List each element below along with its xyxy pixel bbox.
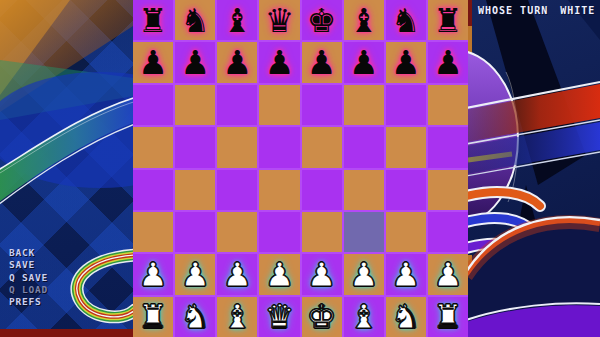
square-g2[interactable]: ♟ [386, 254, 426, 294]
square-c5[interactable] [217, 127, 257, 167]
black-pawn-a7: ♟ [138, 46, 168, 79]
black-pawn-b7: ♟ [180, 46, 210, 79]
background-right-art [468, 0, 600, 337]
square-h3[interactable] [428, 212, 468, 252]
black-knight-b8: ♞ [180, 4, 210, 37]
black-pawn-f7: ♟ [349, 46, 379, 79]
square-a1[interactable]: ♜ [133, 297, 173, 337]
square-c4[interactable] [217, 170, 257, 210]
menu-item-qsave[interactable]: Q SAVE [9, 272, 48, 284]
white-pawn-e2: ♟ [307, 258, 337, 291]
square-b4[interactable] [175, 170, 215, 210]
square-b1[interactable]: ♞ [175, 297, 215, 337]
square-d5[interactable] [259, 127, 299, 167]
square-a5[interactable] [133, 127, 173, 167]
black-pawn-e7: ♟ [307, 46, 337, 79]
square-h8[interactable]: ♜ [428, 0, 468, 40]
square-b5[interactable] [175, 127, 215, 167]
black-bishop-f8: ♝ [349, 4, 379, 37]
square-c1[interactable]: ♝ [217, 297, 257, 337]
turn-label: WHOSE TURN [478, 5, 548, 16]
square-e3[interactable] [302, 212, 342, 252]
white-queen-d1: ♛ [265, 300, 295, 333]
square-f5[interactable] [344, 127, 384, 167]
square-f3[interactable] [344, 212, 384, 252]
white-pawn-c2: ♟ [223, 258, 253, 291]
square-c7[interactable]: ♟ [217, 42, 257, 82]
square-b3[interactable] [175, 212, 215, 252]
square-c8[interactable]: ♝ [217, 0, 257, 40]
square-h7[interactable]: ♟ [428, 42, 468, 82]
square-a2[interactable]: ♟ [133, 254, 173, 294]
black-queen-d8: ♛ [265, 4, 295, 37]
square-d7[interactable]: ♟ [259, 42, 299, 82]
square-g1[interactable]: ♞ [386, 297, 426, 337]
square-c6[interactable] [217, 85, 257, 125]
square-c3[interactable] [217, 212, 257, 252]
square-h4[interactable] [428, 170, 468, 210]
square-f7[interactable]: ♟ [344, 42, 384, 82]
square-e2[interactable]: ♟ [302, 254, 342, 294]
square-e5[interactable] [302, 127, 342, 167]
square-b6[interactable] [175, 85, 215, 125]
black-pawn-c7: ♟ [223, 46, 253, 79]
game-menu: BACK SAVE Q SAVE Q LOAD PREFS [9, 247, 48, 308]
white-pawn-f2: ♟ [349, 258, 379, 291]
square-b8[interactable]: ♞ [175, 0, 215, 40]
square-e4[interactable] [302, 170, 342, 210]
white-pawn-a2: ♟ [138, 258, 168, 291]
white-bishop-f1: ♝ [349, 300, 379, 333]
square-f8[interactable]: ♝ [344, 0, 384, 40]
white-pawn-g2: ♟ [391, 258, 421, 291]
square-e6[interactable] [302, 85, 342, 125]
square-e7[interactable]: ♟ [302, 42, 342, 82]
square-d3[interactable] [259, 212, 299, 252]
turn-indicator: WHOSE TURNWHITE [478, 5, 595, 16]
square-a8[interactable]: ♜ [133, 0, 173, 40]
black-rook-a8: ♜ [138, 4, 168, 37]
square-f6[interactable] [344, 85, 384, 125]
square-h1[interactable]: ♜ [428, 297, 468, 337]
square-a4[interactable] [133, 170, 173, 210]
square-b2[interactable]: ♟ [175, 254, 215, 294]
turn-value: WHITE [560, 5, 595, 16]
black-king-e8: ♚ [307, 4, 337, 37]
black-pawn-d7: ♟ [265, 46, 295, 79]
square-g6[interactable] [386, 85, 426, 125]
square-d8[interactable]: ♛ [259, 0, 299, 40]
white-rook-h1: ♜ [433, 300, 463, 333]
square-a7[interactable]: ♟ [133, 42, 173, 82]
black-bishop-c8: ♝ [223, 4, 253, 37]
square-e8[interactable]: ♚ [302, 0, 342, 40]
white-pawn-h2: ♟ [433, 258, 463, 291]
square-g7[interactable]: ♟ [386, 42, 426, 82]
square-d2[interactable]: ♟ [259, 254, 299, 294]
black-pawn-h7: ♟ [433, 46, 463, 79]
square-f1[interactable]: ♝ [344, 297, 384, 337]
square-g3[interactable] [386, 212, 426, 252]
white-knight-b1: ♞ [180, 300, 210, 333]
white-pawn-b2: ♟ [180, 258, 210, 291]
white-knight-g1: ♞ [391, 300, 421, 333]
square-d1[interactable]: ♛ [259, 297, 299, 337]
background-right [468, 0, 600, 337]
square-b7[interactable]: ♟ [175, 42, 215, 82]
square-h2[interactable]: ♟ [428, 254, 468, 294]
menu-item-save[interactable]: SAVE [9, 259, 48, 271]
square-d4[interactable] [259, 170, 299, 210]
square-f4[interactable] [344, 170, 384, 210]
square-a3[interactable] [133, 212, 173, 252]
square-h6[interactable] [428, 85, 468, 125]
menu-item-qload[interactable]: Q LOAD [9, 284, 48, 296]
black-knight-g8: ♞ [391, 4, 421, 37]
white-rook-a1: ♜ [138, 300, 168, 333]
square-c2[interactable]: ♟ [217, 254, 257, 294]
game-screen: WHOSE TURNWHITE BACK SAVE Q SAVE Q LOAD … [0, 0, 600, 337]
square-g8[interactable]: ♞ [386, 0, 426, 40]
square-g5[interactable] [386, 127, 426, 167]
menu-item-back[interactable]: BACK [9, 247, 48, 259]
white-bishop-c1: ♝ [223, 300, 253, 333]
white-pawn-d2: ♟ [265, 258, 295, 291]
square-d6[interactable] [259, 85, 299, 125]
chess-board: ♜♞♝♛♚♝♞♜♟♟♟♟♟♟♟♟♟♟♟♟♟♟♟♟♜♞♝♛♚♝♞♜ [133, 0, 468, 337]
square-g4[interactable] [386, 170, 426, 210]
black-pawn-g7: ♟ [391, 46, 421, 79]
menu-item-prefs[interactable]: PREFS [9, 296, 48, 308]
square-e1[interactable]: ♚ [302, 297, 342, 337]
black-rook-h8: ♜ [433, 4, 463, 37]
square-h5[interactable] [428, 127, 468, 167]
square-a6[interactable] [133, 85, 173, 125]
white-king-e1: ♚ [307, 300, 337, 333]
square-f2[interactable]: ♟ [344, 254, 384, 294]
